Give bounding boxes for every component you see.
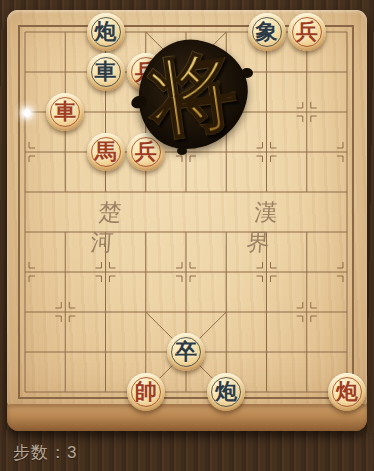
move-counter-label: 步数：: [13, 443, 67, 462]
river-label-left: 楚河: [71, 198, 149, 228]
piece-character: 炮: [207, 373, 245, 411]
piece-character: 車: [87, 53, 125, 91]
piece-red-soldier[interactable]: 兵: [288, 13, 326, 51]
piece-black-elephant[interactable]: 象: [248, 13, 286, 51]
piece-character: 炮: [87, 13, 125, 51]
piece-red-cannon[interactable]: 炮: [328, 373, 366, 411]
piece-red-chariot[interactable]: 車: [46, 93, 84, 131]
piece-character: 炮: [328, 373, 366, 411]
piece-character: 帥: [127, 373, 165, 411]
piece-black-soldier[interactable]: 卒: [167, 333, 205, 371]
check-banner: 将: [137, 38, 249, 152]
piece-character: 車: [46, 93, 84, 131]
piece-character: 兵: [288, 13, 326, 51]
check-character: 将: [130, 31, 257, 159]
piece-character: 象: [248, 13, 286, 51]
piece-black-cannon[interactable]: 炮: [207, 373, 245, 411]
piece-black-cannon[interactable]: 炮: [87, 13, 125, 51]
move-counter: 步数：3: [13, 441, 77, 464]
piece-black-chariot[interactable]: 車: [87, 53, 125, 91]
move-counter-value: 3: [67, 443, 77, 462]
piece-red-horse[interactable]: 馬: [87, 133, 125, 171]
game-screen: 楚河 漢界 炮象兵車兵將車馬兵卒帥炮炮 将 步数：3: [0, 0, 374, 471]
board-front-bevel: [7, 404, 367, 431]
piece-character: 馬: [87, 133, 125, 171]
river-label-right: 漢界: [227, 198, 305, 228]
piece-character: 卒: [167, 333, 205, 371]
piece-red-general[interactable]: 帥: [127, 373, 165, 411]
